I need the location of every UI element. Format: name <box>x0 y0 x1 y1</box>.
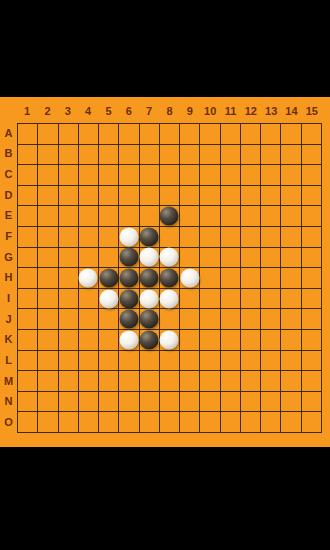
board-cell-D8[interactable] <box>160 186 180 207</box>
row-label: B <box>0 144 17 165</box>
board-cell-I6[interactable] <box>119 289 139 310</box>
board-cell-E7[interactable] <box>140 206 160 227</box>
black-stone <box>119 268 138 287</box>
board-cell-M12[interactable] <box>241 371 261 392</box>
board-cell-B3[interactable] <box>59 145 79 166</box>
board-cell-J2[interactable] <box>38 309 58 330</box>
board-cell-D10[interactable] <box>200 186 220 207</box>
board-cell-N6[interactable] <box>119 392 139 413</box>
board-cell-G12[interactable] <box>241 248 261 269</box>
board-cell-K5[interactable] <box>99 330 119 351</box>
board-cell-E2[interactable] <box>38 206 58 227</box>
board-cell-B12[interactable] <box>241 145 261 166</box>
board-cell-A10[interactable] <box>200 124 220 145</box>
white-stone <box>160 289 179 308</box>
board-cell-I13[interactable] <box>261 289 281 310</box>
board-cell-E13[interactable] <box>261 206 281 227</box>
board-cell-E8[interactable] <box>160 206 180 227</box>
board-cell-J5[interactable] <box>99 309 119 330</box>
white-stone <box>140 248 159 267</box>
board-cell-L2[interactable] <box>38 351 58 372</box>
board-cell-M9[interactable] <box>180 371 200 392</box>
board-cell-I4[interactable] <box>79 289 99 310</box>
board-cell-I9[interactable] <box>180 289 200 310</box>
board-cell-G6[interactable] <box>119 248 139 269</box>
board-cell-G7[interactable] <box>140 248 160 269</box>
board-cell-M3[interactable] <box>59 371 79 392</box>
board-cell-B15[interactable] <box>302 145 322 166</box>
board-cell-H4[interactable] <box>79 268 99 289</box>
row-label: I <box>0 288 17 309</box>
board-cell-N9[interactable] <box>180 392 200 413</box>
board-cell-G3[interactable] <box>59 248 79 269</box>
board-cell-H6[interactable] <box>119 268 139 289</box>
board-cell-N7[interactable] <box>140 392 160 413</box>
black-stone <box>119 310 138 329</box>
board-cell-F6[interactable] <box>119 227 139 248</box>
board-cell-C6[interactable] <box>119 165 139 186</box>
board-cell-G10[interactable] <box>200 248 220 269</box>
board-cell-D7[interactable] <box>140 186 160 207</box>
board-cell-L1[interactable] <box>18 351 38 372</box>
board-cell-O2[interactable] <box>38 412 58 433</box>
board-cell-K1[interactable] <box>18 330 38 351</box>
board-cell-K11[interactable] <box>221 330 241 351</box>
board-cell-C14[interactable] <box>281 165 301 186</box>
board-cell-J10[interactable] <box>200 309 220 330</box>
column-label: 11 <box>220 100 240 122</box>
board-cell-A3[interactable] <box>59 124 79 145</box>
board-cell-F12[interactable] <box>241 227 261 248</box>
board-cell-K13[interactable] <box>261 330 281 351</box>
board-cell-M14[interactable] <box>281 371 301 392</box>
board-cell-J3[interactable] <box>59 309 79 330</box>
board-cell-D14[interactable] <box>281 186 301 207</box>
board-cell-K12[interactable] <box>241 330 261 351</box>
board-cell-B13[interactable] <box>261 145 281 166</box>
column-label: 1 <box>17 100 37 122</box>
board-cell-M1[interactable] <box>18 371 38 392</box>
board-cell-I3[interactable] <box>59 289 79 310</box>
board-cell-J13[interactable] <box>261 309 281 330</box>
board-cell-H5[interactable] <box>99 268 119 289</box>
board-cell-E4[interactable] <box>79 206 99 227</box>
board-cell-C12[interactable] <box>241 165 261 186</box>
board-cell-L8[interactable] <box>160 351 180 372</box>
board-cell-D5[interactable] <box>99 186 119 207</box>
board-cell-B6[interactable] <box>119 145 139 166</box>
board-cell-G5[interactable] <box>99 248 119 269</box>
board-cell-H10[interactable] <box>200 268 220 289</box>
board-cell-G4[interactable] <box>79 248 99 269</box>
board-cell-A14[interactable] <box>281 124 301 145</box>
board-cell-O4[interactable] <box>79 412 99 433</box>
column-labels: 123456789101112131415 <box>17 100 322 122</box>
board-cell-I15[interactable] <box>302 289 322 310</box>
board-cell-A11[interactable] <box>221 124 241 145</box>
board-cell-G15[interactable] <box>302 248 322 269</box>
board-cell-N8[interactable] <box>160 392 180 413</box>
board-cell-J4[interactable] <box>79 309 99 330</box>
board-cell-B11[interactable] <box>221 145 241 166</box>
board-cell-F8[interactable] <box>160 227 180 248</box>
board-cell-N15[interactable] <box>302 392 322 413</box>
gomoku-board: 123456789101112131415 ABCDEFGHIJKLMNO <box>0 97 330 447</box>
board-cell-M10[interactable] <box>200 371 220 392</box>
board-cell-D4[interactable] <box>79 186 99 207</box>
board-cell-O6[interactable] <box>119 412 139 433</box>
board-cell-K15[interactable] <box>302 330 322 351</box>
board-cell-L4[interactable] <box>79 351 99 372</box>
board-cell-E14[interactable] <box>281 206 301 227</box>
white-stone <box>180 268 199 287</box>
board-cell-O11[interactable] <box>221 412 241 433</box>
board-cell-L13[interactable] <box>261 351 281 372</box>
board-cell-M15[interactable] <box>302 371 322 392</box>
black-stone <box>140 330 159 349</box>
board-cell-I10[interactable] <box>200 289 220 310</box>
board-cell-N10[interactable] <box>200 392 220 413</box>
row-label: O <box>0 412 17 433</box>
row-label: J <box>0 309 17 330</box>
board-cell-L11[interactable] <box>221 351 241 372</box>
board-cell-I12[interactable] <box>241 289 261 310</box>
board-cell-C5[interactable] <box>99 165 119 186</box>
board-grid[interactable] <box>17 123 322 433</box>
row-label: F <box>0 226 17 247</box>
board-cell-I5[interactable] <box>99 289 119 310</box>
board-cell-D3[interactable] <box>59 186 79 207</box>
board-cell-O5[interactable] <box>99 412 119 433</box>
board-cell-E15[interactable] <box>302 206 322 227</box>
board-cell-C4[interactable] <box>79 165 99 186</box>
board-cell-H11[interactable] <box>221 268 241 289</box>
board-cell-O15[interactable] <box>302 412 322 433</box>
board-cell-J12[interactable] <box>241 309 261 330</box>
column-label: 10 <box>200 100 220 122</box>
board-cell-N2[interactable] <box>38 392 58 413</box>
board-cell-A6[interactable] <box>119 124 139 145</box>
board-cell-K9[interactable] <box>180 330 200 351</box>
board-cell-L6[interactable] <box>119 351 139 372</box>
board-cell-E6[interactable] <box>119 206 139 227</box>
board-cell-C13[interactable] <box>261 165 281 186</box>
board-cell-A13[interactable] <box>261 124 281 145</box>
board-cell-I8[interactable] <box>160 289 180 310</box>
board-cell-G8[interactable] <box>160 248 180 269</box>
board-cell-E9[interactable] <box>180 206 200 227</box>
column-label: 15 <box>302 100 322 122</box>
board-cell-C1[interactable] <box>18 165 38 186</box>
board-cell-I2[interactable] <box>38 289 58 310</box>
board-cell-H7[interactable] <box>140 268 160 289</box>
board-cell-F4[interactable] <box>79 227 99 248</box>
board-cell-A15[interactable] <box>302 124 322 145</box>
board-cell-M7[interactable] <box>140 371 160 392</box>
board-cell-N12[interactable] <box>241 392 261 413</box>
black-stone <box>140 268 159 287</box>
board-cell-D2[interactable] <box>38 186 58 207</box>
board-cell-N14[interactable] <box>281 392 301 413</box>
black-stone <box>140 227 159 246</box>
black-stone <box>160 268 179 287</box>
board-cell-M8[interactable] <box>160 371 180 392</box>
app-screen: 123456789101112131415 ABCDEFGHIJKLMNO <box>0 0 330 550</box>
board-cell-H12[interactable] <box>241 268 261 289</box>
board-cell-F7[interactable] <box>140 227 160 248</box>
board-cell-I11[interactable] <box>221 289 241 310</box>
board-cell-H2[interactable] <box>38 268 58 289</box>
board-cell-H1[interactable] <box>18 268 38 289</box>
board-cell-A8[interactable] <box>160 124 180 145</box>
board-cell-C7[interactable] <box>140 165 160 186</box>
board-cell-L7[interactable] <box>140 351 160 372</box>
column-label: 8 <box>159 100 179 122</box>
column-label: 5 <box>98 100 118 122</box>
board-cell-O13[interactable] <box>261 412 281 433</box>
board-cell-F13[interactable] <box>261 227 281 248</box>
board-cell-B8[interactable] <box>160 145 180 166</box>
board-cell-I1[interactable] <box>18 289 38 310</box>
board-cell-N13[interactable] <box>261 392 281 413</box>
column-label: 2 <box>37 100 57 122</box>
white-stone <box>140 289 159 308</box>
board-cell-M4[interactable] <box>79 371 99 392</box>
board-cell-L9[interactable] <box>180 351 200 372</box>
board-cell-D12[interactable] <box>241 186 261 207</box>
board-cell-L14[interactable] <box>281 351 301 372</box>
board-cell-K2[interactable] <box>38 330 58 351</box>
board-cell-H8[interactable] <box>160 268 180 289</box>
row-label: N <box>0 392 17 413</box>
board-cell-B1[interactable] <box>18 145 38 166</box>
board-cell-H3[interactable] <box>59 268 79 289</box>
board-cell-F2[interactable] <box>38 227 58 248</box>
row-label: K <box>0 330 17 351</box>
board-cell-M13[interactable] <box>261 371 281 392</box>
board-cell-K10[interactable] <box>200 330 220 351</box>
board-cell-A2[interactable] <box>38 124 58 145</box>
row-label: H <box>0 268 17 289</box>
board-cell-F1[interactable] <box>18 227 38 248</box>
white-stone <box>119 330 138 349</box>
board-cell-L10[interactable] <box>200 351 220 372</box>
board-cell-G1[interactable] <box>18 248 38 269</box>
board-cell-F3[interactable] <box>59 227 79 248</box>
board-cell-C9[interactable] <box>180 165 200 186</box>
row-label: E <box>0 206 17 227</box>
board-cell-L3[interactable] <box>59 351 79 372</box>
board-cell-K8[interactable] <box>160 330 180 351</box>
board-cell-K4[interactable] <box>79 330 99 351</box>
board-cell-E10[interactable] <box>200 206 220 227</box>
column-label: 4 <box>78 100 98 122</box>
board-cell-K14[interactable] <box>281 330 301 351</box>
board-cell-F14[interactable] <box>281 227 301 248</box>
board-cell-A4[interactable] <box>79 124 99 145</box>
board-cell-F15[interactable] <box>302 227 322 248</box>
board-cell-A12[interactable] <box>241 124 261 145</box>
board-cell-C3[interactable] <box>59 165 79 186</box>
board-cell-M6[interactable] <box>119 371 139 392</box>
board-cell-O3[interactable] <box>59 412 79 433</box>
board-cell-B2[interactable] <box>38 145 58 166</box>
board-cell-B4[interactable] <box>79 145 99 166</box>
board-cell-G2[interactable] <box>38 248 58 269</box>
board-cell-D9[interactable] <box>180 186 200 207</box>
board-cell-J1[interactable] <box>18 309 38 330</box>
board-cell-A5[interactable] <box>99 124 119 145</box>
black-stone <box>160 207 179 226</box>
column-label: 6 <box>119 100 139 122</box>
board-cell-F5[interactable] <box>99 227 119 248</box>
row-label: M <box>0 371 17 392</box>
white-stone <box>160 330 179 349</box>
board-cell-A9[interactable] <box>180 124 200 145</box>
black-stone <box>140 310 159 329</box>
board-cell-F9[interactable] <box>180 227 200 248</box>
column-label: 7 <box>139 100 159 122</box>
board-cell-O14[interactable] <box>281 412 301 433</box>
board-cell-N5[interactable] <box>99 392 119 413</box>
row-label: L <box>0 350 17 371</box>
board-cell-J14[interactable] <box>281 309 301 330</box>
board-cell-D1[interactable] <box>18 186 38 207</box>
board-cell-M11[interactable] <box>221 371 241 392</box>
board-cell-H9[interactable] <box>180 268 200 289</box>
board-cell-O10[interactable] <box>200 412 220 433</box>
board-cell-H13[interactable] <box>261 268 281 289</box>
board-cell-D6[interactable] <box>119 186 139 207</box>
board-cell-B5[interactable] <box>99 145 119 166</box>
board-cell-G11[interactable] <box>221 248 241 269</box>
board-cell-H15[interactable] <box>302 268 322 289</box>
board-cell-A7[interactable] <box>140 124 160 145</box>
black-stone <box>99 268 118 287</box>
board-cell-G13[interactable] <box>261 248 281 269</box>
board-cell-K3[interactable] <box>59 330 79 351</box>
board-cell-D11[interactable] <box>221 186 241 207</box>
board-cell-K6[interactable] <box>119 330 139 351</box>
board-cell-D15[interactable] <box>302 186 322 207</box>
black-stone <box>119 248 138 267</box>
board-cell-N1[interactable] <box>18 392 38 413</box>
board-cell-L15[interactable] <box>302 351 322 372</box>
board-cell-N3[interactable] <box>59 392 79 413</box>
board-cell-M5[interactable] <box>99 371 119 392</box>
board-cell-C2[interactable] <box>38 165 58 186</box>
column-label: 12 <box>241 100 261 122</box>
white-stone <box>79 268 98 287</box>
board-cell-D13[interactable] <box>261 186 281 207</box>
board-cell-B9[interactable] <box>180 145 200 166</box>
board-cell-I14[interactable] <box>281 289 301 310</box>
row-label: G <box>0 247 17 268</box>
board-cell-B7[interactable] <box>140 145 160 166</box>
board-cell-N4[interactable] <box>79 392 99 413</box>
board-cell-K7[interactable] <box>140 330 160 351</box>
row-label: C <box>0 164 17 185</box>
board-cell-J11[interactable] <box>221 309 241 330</box>
board-cell-C11[interactable] <box>221 165 241 186</box>
black-stone <box>119 289 138 308</box>
board-cell-C10[interactable] <box>200 165 220 186</box>
column-label: 14 <box>281 100 301 122</box>
board-cell-J9[interactable] <box>180 309 200 330</box>
column-label: 3 <box>58 100 78 122</box>
board-cell-E11[interactable] <box>221 206 241 227</box>
white-stone <box>99 289 118 308</box>
board-cell-E12[interactable] <box>241 206 261 227</box>
board-cell-I7[interactable] <box>140 289 160 310</box>
row-label: A <box>0 123 17 144</box>
board-cell-J7[interactable] <box>140 309 160 330</box>
board-cell-E3[interactable] <box>59 206 79 227</box>
board-cell-J8[interactable] <box>160 309 180 330</box>
white-stone <box>119 227 138 246</box>
board-cell-J6[interactable] <box>119 309 139 330</box>
board-cell-G9[interactable] <box>180 248 200 269</box>
board-cell-O8[interactable] <box>160 412 180 433</box>
board-cell-O1[interactable] <box>18 412 38 433</box>
board-cell-F11[interactable] <box>221 227 241 248</box>
board-cell-E5[interactable] <box>99 206 119 227</box>
board-cell-C8[interactable] <box>160 165 180 186</box>
board-cell-O12[interactable] <box>241 412 261 433</box>
board-cell-G14[interactable] <box>281 248 301 269</box>
white-stone <box>160 248 179 267</box>
board-cell-C15[interactable] <box>302 165 322 186</box>
board-cell-O9[interactable] <box>180 412 200 433</box>
board-cell-B14[interactable] <box>281 145 301 166</box>
board-cell-H14[interactable] <box>281 268 301 289</box>
board-cell-F10[interactable] <box>200 227 220 248</box>
board-cell-B10[interactable] <box>200 145 220 166</box>
board-cell-O7[interactable] <box>140 412 160 433</box>
column-label: 13 <box>261 100 281 122</box>
board-cell-A1[interactable] <box>18 124 38 145</box>
board-cell-L5[interactable] <box>99 351 119 372</box>
board-cell-M2[interactable] <box>38 371 58 392</box>
board-cell-L12[interactable] <box>241 351 261 372</box>
board-cell-N11[interactable] <box>221 392 241 413</box>
row-label: D <box>0 185 17 206</box>
board-cell-J15[interactable] <box>302 309 322 330</box>
board-cell-E1[interactable] <box>18 206 38 227</box>
row-labels: ABCDEFGHIJKLMNO <box>0 123 17 433</box>
column-label: 9 <box>180 100 200 122</box>
